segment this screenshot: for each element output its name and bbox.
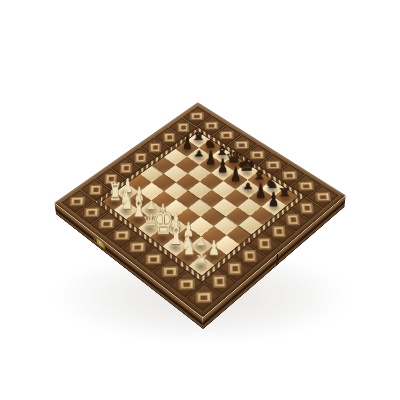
photo-scene: ♜♞♝♛♚♝♞♜♟♟♟♟♟♟♟♟♟♟♟♟♟♟♟♟♜♞♝♛♚♝♞♜	[0, 0, 400, 400]
border-motif-rosette	[106, 223, 139, 248]
border-motif-rosette	[91, 212, 124, 236]
square-e6	[212, 181, 236, 199]
square-f4	[200, 208, 225, 226]
fold-seam	[276, 254, 278, 266]
border-motif-rosette	[277, 208, 309, 232]
border-motif-rosette	[263, 220, 295, 244]
